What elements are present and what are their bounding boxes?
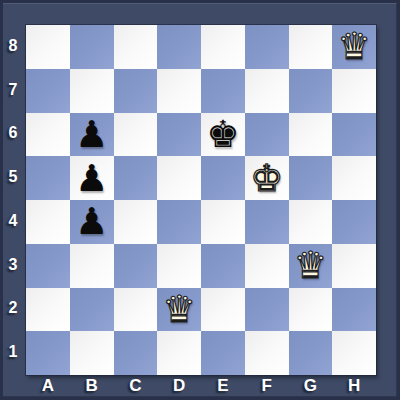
- piece-black-pawn[interactable]: ♟: [75, 203, 108, 240]
- square-h6[interactable]: [332, 113, 376, 157]
- square-e8[interactable]: [201, 25, 245, 69]
- square-b1[interactable]: [70, 331, 114, 375]
- square-d6[interactable]: [157, 113, 201, 157]
- file-label-B: B: [70, 376, 114, 396]
- board-frame: ♛♟♚♟♚♟♛♛ 87654321 ABCDEFGH: [0, 0, 400, 400]
- square-b5[interactable]: ♟: [70, 156, 114, 200]
- square-c1[interactable]: [114, 331, 158, 375]
- square-h7[interactable]: [332, 69, 376, 113]
- square-f3[interactable]: [245, 244, 289, 288]
- square-e6[interactable]: ♚: [201, 113, 245, 157]
- square-e7[interactable]: [201, 69, 245, 113]
- square-g3[interactable]: ♛: [289, 244, 333, 288]
- square-f7[interactable]: [245, 69, 289, 113]
- file-label-D: D: [157, 376, 201, 396]
- square-h3[interactable]: [332, 244, 376, 288]
- square-c3[interactable]: [114, 244, 158, 288]
- rank-label-5: 5: [3, 168, 23, 186]
- square-h8[interactable]: ♛: [332, 25, 376, 69]
- rank-label-2: 2: [3, 299, 23, 317]
- square-c5[interactable]: [114, 156, 158, 200]
- square-f5[interactable]: ♚: [245, 156, 289, 200]
- square-c4[interactable]: [114, 200, 158, 244]
- square-a5[interactable]: [26, 156, 70, 200]
- file-label-C: C: [114, 376, 158, 396]
- piece-black-king[interactable]: ♚: [206, 116, 239, 153]
- square-b6[interactable]: ♟: [70, 113, 114, 157]
- square-b7[interactable]: [70, 69, 114, 113]
- square-g4[interactable]: [289, 200, 333, 244]
- rank-label-6: 6: [3, 124, 23, 142]
- square-b3[interactable]: [70, 244, 114, 288]
- square-e2[interactable]: [201, 288, 245, 332]
- square-f1[interactable]: [245, 331, 289, 375]
- file-label-H: H: [332, 376, 376, 396]
- square-d1[interactable]: [157, 331, 201, 375]
- square-b4[interactable]: ♟: [70, 200, 114, 244]
- file-label-A: A: [26, 376, 70, 396]
- square-g7[interactable]: [289, 69, 333, 113]
- square-d5[interactable]: [157, 156, 201, 200]
- square-c6[interactable]: [114, 113, 158, 157]
- piece-black-pawn[interactable]: ♟: [75, 116, 108, 153]
- square-d4[interactable]: [157, 200, 201, 244]
- square-d3[interactable]: [157, 244, 201, 288]
- square-g6[interactable]: [289, 113, 333, 157]
- square-f8[interactable]: [245, 25, 289, 69]
- square-g8[interactable]: [289, 25, 333, 69]
- file-label-E: E: [201, 376, 245, 396]
- square-e5[interactable]: [201, 156, 245, 200]
- square-a4[interactable]: [26, 200, 70, 244]
- rank-label-8: 8: [3, 37, 23, 55]
- piece-white-queen[interactable]: ♛: [338, 28, 371, 65]
- square-h4[interactable]: [332, 200, 376, 244]
- square-b8[interactable]: [70, 25, 114, 69]
- square-e1[interactable]: [201, 331, 245, 375]
- square-c7[interactable]: [114, 69, 158, 113]
- file-label-F: F: [245, 376, 289, 396]
- file-label-G: G: [289, 376, 333, 396]
- square-d7[interactable]: [157, 69, 201, 113]
- square-a6[interactable]: [26, 113, 70, 157]
- square-b2[interactable]: [70, 288, 114, 332]
- square-h1[interactable]: [332, 331, 376, 375]
- square-f4[interactable]: [245, 200, 289, 244]
- square-h2[interactable]: [332, 288, 376, 332]
- square-a7[interactable]: [26, 69, 70, 113]
- piece-white-king[interactable]: ♚: [250, 160, 283, 197]
- square-e3[interactable]: [201, 244, 245, 288]
- square-e4[interactable]: [201, 200, 245, 244]
- rank-label-7: 7: [3, 81, 23, 99]
- piece-black-pawn[interactable]: ♟: [75, 160, 108, 197]
- square-c2[interactable]: [114, 288, 158, 332]
- square-a8[interactable]: [26, 25, 70, 69]
- square-f6[interactable]: [245, 113, 289, 157]
- square-c8[interactable]: [114, 25, 158, 69]
- rank-label-3: 3: [3, 256, 23, 274]
- square-f2[interactable]: [245, 288, 289, 332]
- square-a1[interactable]: [26, 331, 70, 375]
- rank-label-4: 4: [3, 212, 23, 230]
- square-d2[interactable]: ♛: [157, 288, 201, 332]
- square-a2[interactable]: [26, 288, 70, 332]
- piece-white-queen[interactable]: ♛: [294, 247, 327, 284]
- square-g5[interactable]: [289, 156, 333, 200]
- square-g2[interactable]: [289, 288, 333, 332]
- square-h5[interactable]: [332, 156, 376, 200]
- square-g1[interactable]: [289, 331, 333, 375]
- square-a3[interactable]: [26, 244, 70, 288]
- piece-white-queen[interactable]: ♛: [163, 291, 196, 328]
- square-d8[interactable]: [157, 25, 201, 69]
- chess-board: ♛♟♚♟♚♟♛♛: [26, 25, 376, 375]
- rank-label-1: 1: [3, 343, 23, 361]
